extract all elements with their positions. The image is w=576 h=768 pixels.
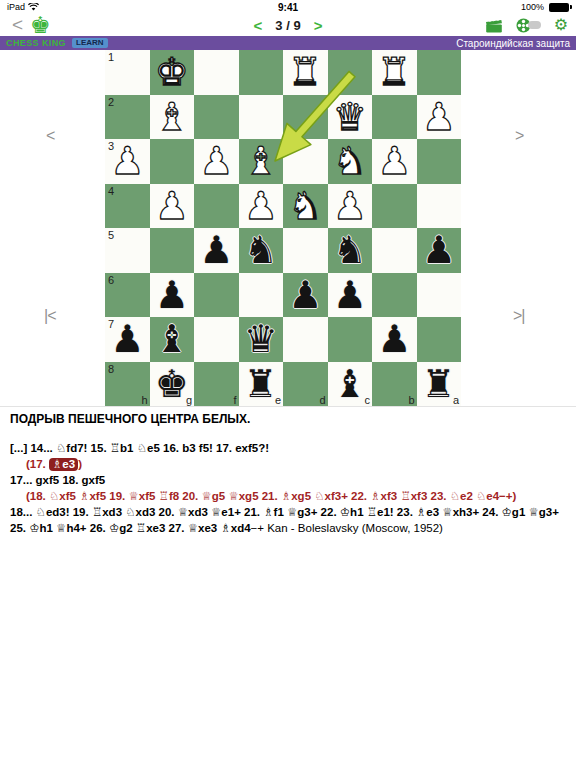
square-e7[interactable]: ♛ <box>239 317 284 362</box>
piece-wP: ♟ <box>155 187 189 225</box>
board-last-move-button[interactable]: >| <box>513 308 525 324</box>
square-f8[interactable]: f <box>194 362 239 407</box>
square-h6[interactable]: 6 <box>105 273 150 318</box>
square-b8[interactable]: b <box>372 362 417 407</box>
square-f5[interactable]: ♟ <box>194 228 239 273</box>
file-label: e <box>275 394 281 406</box>
rank-label: 4 <box>108 185 114 197</box>
square-d3[interactable] <box>283 139 328 184</box>
square-d5[interactable] <box>283 228 328 273</box>
square-b4[interactable] <box>372 184 417 229</box>
square-e3[interactable]: ♝ <box>239 139 284 184</box>
square-f2[interactable] <box>194 95 239 140</box>
piece-wB: ♝ <box>155 98 189 136</box>
square-g7[interactable]: ♝ <box>150 317 195 362</box>
move-line-variation-1[interactable]: (17. ♗e3) <box>10 456 566 472</box>
battery-percent: 100% <box>521 2 544 12</box>
square-b2[interactable] <box>372 95 417 140</box>
status-bar: iPad 9:41 100% <box>0 0 576 14</box>
rank-label: 8 <box>108 363 114 375</box>
clock: 9:41 <box>0 2 576 13</box>
piece-bP: ♟ <box>110 320 144 358</box>
piece-bB: ♝ <box>333 365 367 403</box>
square-f1[interactable] <box>194 50 239 95</box>
brand-chess-king: CHESS KING <box>6 38 66 48</box>
piece-bP: ♟ <box>199 231 233 269</box>
piece-wP: ♟ <box>199 142 233 180</box>
square-c6[interactable]: ♟ <box>328 273 373 318</box>
next-page-button[interactable]: > <box>314 17 323 34</box>
move-line-main-1[interactable]: [...] 14... ♘fd7! 15. ♖b1 ♘e5 16. b3 f5!… <box>10 440 566 456</box>
autoplay-toggle[interactable] <box>516 18 541 33</box>
square-h8[interactable]: 8h <box>105 362 150 407</box>
square-a4[interactable] <box>417 184 462 229</box>
piece-bB: ♝ <box>155 320 189 358</box>
square-b6[interactable] <box>372 273 417 318</box>
game-reference: −+ Kan - Boleslavsky (Moscow, 1952) <box>251 522 443 534</box>
square-h2[interactable]: 2 <box>105 95 150 140</box>
piece-wP: ♟ <box>377 142 411 180</box>
square-c3[interactable]: ♞ <box>328 139 373 184</box>
square-a1[interactable] <box>417 50 462 95</box>
square-c5[interactable]: ♞ <box>328 228 373 273</box>
piece-wN: ♞ <box>288 187 322 225</box>
board-first-move-button[interactable]: |< <box>44 308 56 324</box>
move-line-main-3[interactable]: 18... ♘ed3! 19. ♖xd3 ♘xd3 20. ♕xd3 ♕e1+ … <box>10 504 566 536</box>
file-label: b <box>408 394 414 406</box>
square-c4[interactable]: ♟ <box>328 184 373 229</box>
lesson-notes: ПОДРЫВ ПЕШЕЧНОГО ЦЕНТРА БЕЛЫХ. [...] 14.… <box>0 412 576 536</box>
piece-wR: ♜ <box>288 53 322 91</box>
square-d4[interactable]: ♞ <box>283 184 328 229</box>
square-g1[interactable]: ♚ <box>150 50 195 95</box>
piece-bR: ♜ <box>422 365 456 403</box>
square-f3[interactable]: ♟ <box>194 139 239 184</box>
square-d2[interactable] <box>283 95 328 140</box>
piece-bR: ♜ <box>244 365 278 403</box>
lesson-title: ПОДРЫВ ПЕШЕЧНОГО ЦЕНТРА БЕЛЫХ. <box>10 412 566 426</box>
square-f4[interactable] <box>194 184 239 229</box>
board-text-separator <box>0 406 576 407</box>
piece-wN: ♞ <box>333 142 367 180</box>
square-a5[interactable]: ♟ <box>417 228 462 273</box>
square-d6[interactable]: ♟ <box>283 273 328 318</box>
square-b5[interactable] <box>372 228 417 273</box>
piece-wP: ♟ <box>244 187 278 225</box>
piece-wB: ♝ <box>244 142 278 180</box>
page-indicator: 3 / 9 <box>275 18 300 33</box>
square-a8[interactable]: a♜ <box>417 362 462 407</box>
battery-icon <box>549 3 569 12</box>
square-c8[interactable]: c♝ <box>328 362 373 407</box>
file-label: c <box>365 394 371 406</box>
square-b7[interactable]: ♟ <box>372 317 417 362</box>
square-e8[interactable]: e♜ <box>239 362 284 407</box>
toggle-pill <box>528 21 541 29</box>
file-label: f <box>233 394 236 406</box>
piece-bP: ♟ <box>155 276 189 314</box>
square-a7[interactable] <box>417 317 462 362</box>
piece-wR: ♜ <box>377 53 411 91</box>
square-e5[interactable]: ♞ <box>239 228 284 273</box>
square-g4[interactable]: ♟ <box>150 184 195 229</box>
piece-bP: ♟ <box>377 320 411 358</box>
square-h1[interactable]: 1 <box>105 50 150 95</box>
rank-label: 7 <box>108 318 114 330</box>
square-h5[interactable]: 5 <box>105 228 150 273</box>
piece-bN: ♞ <box>333 231 367 269</box>
file-label: h <box>141 394 147 406</box>
rank-label: 3 <box>108 140 114 152</box>
square-e6[interactable] <box>239 273 284 318</box>
square-e4[interactable]: ♟ <box>239 184 284 229</box>
piece-bN: ♞ <box>244 231 278 269</box>
rank-label: 5 <box>108 229 114 241</box>
chess-board: 1♚♜♜2♝♛♟3♟♟♝♞♟4♟♟♞♟5♟♞♞♟6♟♟♟7♟♝♛♟8hg♚fe♜… <box>105 50 461 406</box>
wifi-icon <box>28 3 39 11</box>
rank-label: 2 <box>108 96 114 108</box>
piece-bK: ♚ <box>155 365 189 403</box>
square-f7[interactable] <box>194 317 239 362</box>
square-f6[interactable] <box>194 273 239 318</box>
piece-wP: ♟ <box>110 142 144 180</box>
piece-wK: ♚ <box>155 53 189 91</box>
file-label: a <box>453 394 459 406</box>
app-header-bar: CHESS KING LEARN Староиндийская защита <box>0 36 576 50</box>
board-prev-move-button[interactable]: < <box>46 128 54 144</box>
square-c7[interactable] <box>328 317 373 362</box>
square-g8[interactable]: g♚ <box>150 362 195 407</box>
settings-gear-icon[interactable]: ⚙ <box>554 14 568 36</box>
square-e2[interactable] <box>239 95 284 140</box>
square-g2[interactable]: ♝ <box>150 95 195 140</box>
move-line-main-2[interactable]: 17... gxf5 18. gxf5 <box>10 472 566 488</box>
rank-label: 1 <box>108 51 114 63</box>
square-g6[interactable]: ♟ <box>150 273 195 318</box>
square-h3[interactable]: 3♟ <box>105 139 150 184</box>
square-b1[interactable]: ♜ <box>372 50 417 95</box>
board-next-move-button[interactable]: > <box>515 128 523 144</box>
piece-wQ: ♛ <box>333 98 367 136</box>
toolbar: < ♚ < 3 / 9 > <box>0 14 576 36</box>
variation-close: ) <box>78 458 82 470</box>
square-a2[interactable]: ♟ <box>417 95 462 140</box>
square-g3[interactable] <box>150 139 195 184</box>
piece-wP: ♟ <box>422 98 456 136</box>
piece-bP: ♟ <box>422 231 456 269</box>
file-label: d <box>319 394 325 406</box>
square-g5[interactable] <box>150 228 195 273</box>
square-b3[interactable]: ♟ <box>372 139 417 184</box>
prev-page-button[interactable]: < <box>254 17 263 34</box>
square-a6[interactable] <box>417 273 462 318</box>
selected-move-highlight[interactable]: ♗e3 <box>49 458 78 471</box>
square-c2[interactable]: ♛ <box>328 95 373 140</box>
move-line-variation-2[interactable]: (18. ♘xf5 ♗xf5 19. ♕xf5 ♖f8 20. ♕g5 ♕xg5… <box>10 488 566 504</box>
square-a3[interactable] <box>417 139 462 184</box>
video-clapper-icon[interactable] <box>485 18 503 33</box>
brand-learn-badge: LEARN <box>72 38 108 48</box>
course-title: Староиндийская защита <box>456 38 570 49</box>
device-label: iPad <box>7 2 25 12</box>
piece-wP: ♟ <box>333 187 367 225</box>
square-d1[interactable]: ♜ <box>283 50 328 95</box>
square-h7[interactable]: 7♟ <box>105 317 150 362</box>
variation-open: (17. <box>26 458 49 470</box>
file-label: g <box>186 394 192 406</box>
square-d8[interactable]: d <box>283 362 328 407</box>
square-d7[interactable] <box>283 317 328 362</box>
piece-bP: ♟ <box>333 276 367 314</box>
rank-label: 6 <box>108 274 114 286</box>
square-e1[interactable] <box>239 50 284 95</box>
square-c1[interactable] <box>328 50 373 95</box>
piece-bP: ♟ <box>288 276 322 314</box>
app-screen: iPad 9:41 100% < ♚ < 3 / 9 > <box>0 0 576 768</box>
piece-bQ: ♛ <box>244 320 278 358</box>
square-h4[interactable]: 4 <box>105 184 150 229</box>
